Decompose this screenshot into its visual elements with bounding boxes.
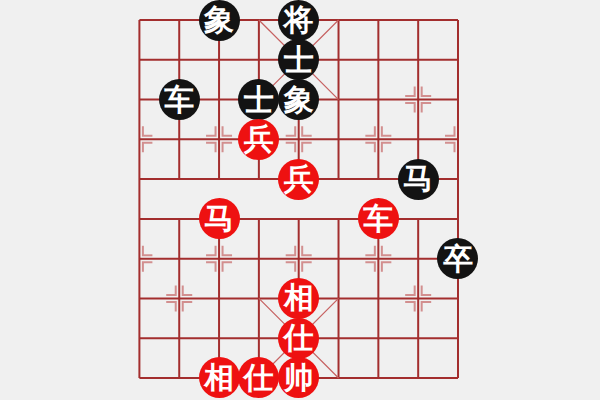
piece-black-general[interactable]: 将 bbox=[278, 0, 319, 41]
piece-black-horse[interactable]: 马 bbox=[398, 159, 439, 200]
piece-black-pawn[interactable]: 卒 bbox=[437, 238, 478, 279]
piece-char: 马 bbox=[204, 204, 234, 234]
piece-red-elephant-2[interactable]: 相 bbox=[199, 357, 240, 398]
piece-red-king[interactable]: 帅 bbox=[278, 357, 319, 398]
piece-char: 相 bbox=[204, 363, 234, 393]
piece-char: 士 bbox=[244, 85, 274, 115]
piece-char: 将 bbox=[284, 5, 314, 35]
xiangqi-board-screenshot: 象将士车士象兵兵马马车卒相仕相仕帅 bbox=[0, 0, 600, 400]
pieces-layer: 象将士车士象兵兵马马车卒相仕相仕帅 bbox=[119, 0, 477, 398]
piece-char: 马 bbox=[403, 164, 433, 194]
piece-red-chariot[interactable]: 车 bbox=[358, 198, 399, 239]
piece-char: 帅 bbox=[284, 363, 314, 393]
piece-red-advisor-1[interactable]: 仕 bbox=[278, 318, 319, 359]
piece-char: 卒 bbox=[443, 244, 473, 274]
piece-char: 士 bbox=[284, 45, 314, 75]
piece-black-chariot[interactable]: 车 bbox=[159, 79, 200, 120]
piece-char: 象 bbox=[204, 5, 234, 35]
piece-black-elephant-2[interactable]: 象 bbox=[278, 79, 319, 120]
piece-black-advisor-2[interactable]: 士 bbox=[238, 79, 279, 120]
piece-char: 车 bbox=[164, 85, 194, 115]
piece-red-pawn-2[interactable]: 兵 bbox=[278, 159, 319, 200]
piece-red-advisor-2[interactable]: 仕 bbox=[238, 357, 279, 398]
piece-red-horse[interactable]: 马 bbox=[199, 198, 240, 239]
piece-black-elephant-1[interactable]: 象 bbox=[199, 0, 240, 41]
piece-char: 车 bbox=[363, 204, 393, 234]
piece-char: 仕 bbox=[284, 323, 314, 353]
piece-char: 象 bbox=[284, 85, 314, 115]
piece-char: 仕 bbox=[244, 363, 274, 393]
piece-red-elephant-1[interactable]: 相 bbox=[278, 278, 319, 319]
piece-char: 兵 bbox=[244, 124, 274, 154]
piece-red-pawn-1[interactable]: 兵 bbox=[238, 119, 279, 160]
piece-black-advisor-1[interactable]: 士 bbox=[278, 39, 319, 80]
piece-char: 兵 bbox=[284, 164, 314, 194]
piece-char: 相 bbox=[284, 283, 314, 313]
